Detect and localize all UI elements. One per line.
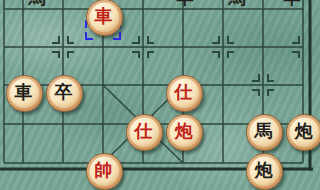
piece-black-cannon-i2[interactable]: 炮 bbox=[286, 114, 320, 151]
point-marker bbox=[147, 36, 155, 44]
piece-red-chariot-d5[interactable]: 車 bbox=[86, 0, 123, 36]
piece-glyph-red-chariot-d5: 車 bbox=[95, 7, 113, 25]
point-marker bbox=[227, 36, 235, 44]
point-marker bbox=[52, 51, 60, 59]
cutoff-piece-glyph-0: 馬 bbox=[26, 0, 48, 10]
piece-glyph-red-general-d1: 帥 bbox=[95, 161, 113, 179]
piece-glyph-red-advisor-f3: 仕 bbox=[175, 83, 193, 101]
point-marker bbox=[292, 51, 300, 59]
point-marker bbox=[67, 51, 75, 59]
piece-black-horse-h2[interactable]: 馬 bbox=[246, 114, 283, 151]
piece-red-advisor-e2[interactable]: 仕 bbox=[126, 114, 163, 151]
piece-glyph-black-cannon-h1: 炮 bbox=[255, 161, 273, 179]
cutoff-piece-glyph-2: 馬 bbox=[226, 0, 248, 10]
piece-glyph-red-advisor-e2: 仕 bbox=[135, 122, 153, 140]
xiangqi-board[interactable]: 車車卒仕仕炮馬炮帥炮馬卒馬卒 bbox=[0, 0, 320, 190]
point-marker bbox=[52, 36, 60, 44]
point-marker bbox=[267, 89, 275, 97]
piece-glyph-black-chariot-b3: 車 bbox=[15, 83, 33, 101]
piece-black-cannon-h1[interactable]: 炮 bbox=[246, 153, 283, 190]
piece-glyph-black-horse-h2: 馬 bbox=[255, 122, 273, 140]
piece-red-general-d1[interactable]: 帥 bbox=[86, 153, 123, 190]
cutoff-piece-glyph-3: 卒 bbox=[281, 0, 303, 10]
piece-black-soldier-c3[interactable]: 卒 bbox=[46, 75, 83, 112]
selection-bracket bbox=[85, 32, 93, 40]
piece-glyph-black-soldier-c3: 卒 bbox=[55, 83, 73, 101]
point-marker bbox=[67, 36, 75, 44]
piece-glyph-black-cannon-i2: 炮 bbox=[295, 122, 313, 140]
point-marker bbox=[212, 51, 220, 59]
point-marker bbox=[147, 51, 155, 59]
piece-red-cannon-f2[interactable]: 炮 bbox=[166, 114, 203, 151]
point-marker bbox=[292, 36, 300, 44]
cutoff-piece-glyph-1: 卒 bbox=[174, 0, 196, 10]
point-marker bbox=[227, 51, 235, 59]
point-marker bbox=[132, 36, 140, 44]
point-marker bbox=[132, 51, 140, 59]
point-marker bbox=[252, 89, 260, 97]
point-marker bbox=[252, 74, 260, 82]
piece-black-chariot-b3[interactable]: 車 bbox=[6, 75, 43, 112]
piece-red-advisor-f3[interactable]: 仕 bbox=[166, 75, 203, 112]
point-marker bbox=[267, 74, 275, 82]
point-marker bbox=[212, 36, 220, 44]
piece-glyph-red-cannon-f2: 炮 bbox=[175, 122, 193, 140]
